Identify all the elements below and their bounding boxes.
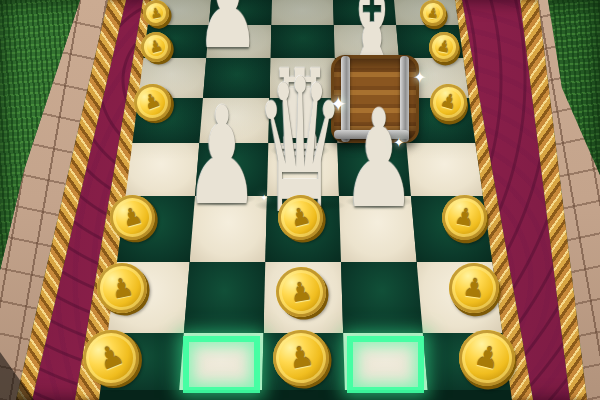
gold-coin-icon: ♟ bbox=[272, 263, 330, 321]
gold-coin-icon: ♟ bbox=[268, 324, 334, 390]
board-square-highlighted[interactable] bbox=[179, 333, 263, 392]
board-square[interactable] bbox=[406, 143, 483, 196]
coin-pawn-emblem-icon: ♟ bbox=[462, 274, 488, 302]
coin-pawn-emblem-icon: ♟ bbox=[426, 5, 439, 19]
coin-pawn-emblem-icon: ♟ bbox=[149, 5, 163, 20]
coin-pawn-emblem-icon: ♟ bbox=[438, 91, 459, 113]
coin-pawn-emblem-icon: ♟ bbox=[286, 341, 316, 374]
gold-coin-icon: ♟ bbox=[438, 191, 490, 243]
board-square[interactable] bbox=[341, 262, 423, 333]
gold-coin-icon: ♟ bbox=[446, 259, 502, 315]
board-square-highlighted[interactable] bbox=[343, 333, 428, 392]
gold-coin-icon: ♟ bbox=[426, 29, 462, 65]
gold-coin-icon: ♟ bbox=[92, 258, 151, 317]
sparkle-icon: ✦ bbox=[330, 94, 347, 114]
coin-pawn-emblem-icon: ♟ bbox=[452, 204, 476, 230]
white-pawn[interactable]: ♟ bbox=[341, 92, 416, 227]
coin-pawn-emblem-icon: ♟ bbox=[141, 91, 163, 114]
white-pawn[interactable]: ♟ bbox=[196, 0, 260, 65]
sparkle-icon: ✦ bbox=[261, 194, 269, 203]
board-square[interactable] bbox=[184, 262, 265, 333]
coin-pawn-emblem-icon: ♟ bbox=[436, 38, 452, 55]
coin-pawn-emblem-icon: ♟ bbox=[120, 203, 146, 230]
board-square[interactable] bbox=[271, 0, 333, 25]
coin-pawn-emblem-icon: ♟ bbox=[148, 38, 165, 56]
coin-pawn-emblem-icon: ♟ bbox=[288, 277, 314, 306]
gold-coin-icon: ♟ bbox=[141, 0, 171, 28]
sparkle-icon: ✦ bbox=[394, 136, 405, 149]
game-scene: ♟♟♟♟♟♟♟♟♟♟♟♟♟♟♟♟♝♜♛♟♟✦✦✦✦ bbox=[0, 0, 600, 400]
coin-pawn-emblem-icon: ♟ bbox=[108, 273, 135, 302]
white-pawn[interactable]: ♟ bbox=[184, 89, 259, 224]
coin-pawn-emblem-icon: ♟ bbox=[94, 340, 128, 375]
gold-coin-icon: ♟ bbox=[418, 0, 447, 27]
coin-pawn-emblem-icon: ♟ bbox=[472, 341, 503, 374]
sparkle-icon: ✦ bbox=[413, 70, 426, 86]
coin-pawn-emblem-icon: ♟ bbox=[288, 204, 313, 231]
